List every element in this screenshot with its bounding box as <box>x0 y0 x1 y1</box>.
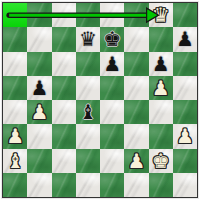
square-b3[interactable] <box>27 124 51 148</box>
square-c6[interactable] <box>52 52 76 76</box>
square-b4[interactable]: ♟ <box>27 100 51 124</box>
white-king[interactable]: ♚ <box>152 151 170 171</box>
square-c4[interactable] <box>52 100 76 124</box>
square-e2[interactable] <box>100 149 124 173</box>
white-pawn[interactable]: ♟ <box>176 126 194 146</box>
square-e5[interactable] <box>100 76 124 100</box>
square-e4[interactable] <box>100 100 124 124</box>
square-f4[interactable] <box>124 100 148 124</box>
square-b6[interactable] <box>27 52 51 76</box>
square-f8[interactable] <box>124 3 148 27</box>
square-a7[interactable] <box>3 27 27 51</box>
square-h4[interactable] <box>173 100 197 124</box>
square-d2[interactable] <box>76 149 100 173</box>
square-g4[interactable] <box>149 100 173 124</box>
square-b1[interactable] <box>27 173 51 197</box>
square-e6[interactable]: ♟ <box>100 52 124 76</box>
square-e7[interactable]: ♚ <box>100 27 124 51</box>
white-queen[interactable]: ♛ <box>152 5 170 25</box>
square-g8[interactable]: ♛ <box>149 3 173 27</box>
square-d6[interactable] <box>76 52 100 76</box>
square-g1[interactable] <box>149 173 173 197</box>
black-king[interactable]: ♚ <box>103 29 121 49</box>
black-pawn[interactable]: ♟ <box>176 29 194 49</box>
square-c1[interactable] <box>52 173 76 197</box>
square-b5[interactable]: ♟ <box>27 76 51 100</box>
square-a4[interactable] <box>3 100 27 124</box>
black-queen[interactable]: ♛ <box>79 29 97 49</box>
white-pawn[interactable]: ♟ <box>6 126 24 146</box>
square-c3[interactable] <box>52 124 76 148</box>
square-d4[interactable]: ♝ <box>76 100 100 124</box>
square-d1[interactable] <box>76 173 100 197</box>
black-pawn[interactable]: ♟ <box>152 54 170 74</box>
square-h5[interactable] <box>173 76 197 100</box>
square-d8[interactable] <box>76 3 100 27</box>
square-f6[interactable] <box>124 52 148 76</box>
square-f2[interactable]: ♟ <box>124 149 148 173</box>
square-f3[interactable] <box>124 124 148 148</box>
square-g2[interactable]: ♚ <box>149 149 173 173</box>
chess-board: ♛♛♚♟♟♟♟♟♟♝♟♟♝♟♚ <box>3 3 197 197</box>
square-b7[interactable] <box>27 27 51 51</box>
square-h1[interactable] <box>173 173 197 197</box>
square-g7[interactable] <box>149 27 173 51</box>
square-b8[interactable] <box>27 3 51 27</box>
square-f7[interactable] <box>124 27 148 51</box>
square-h7[interactable]: ♟ <box>173 27 197 51</box>
square-g6[interactable]: ♟ <box>149 52 173 76</box>
board-frame: ♛♛♚♟♟♟♟♟♟♝♟♟♝♟♚ <box>2 2 198 198</box>
square-e8[interactable] <box>100 3 124 27</box>
square-f5[interactable] <box>124 76 148 100</box>
white-bishop[interactable]: ♝ <box>6 151 24 171</box>
square-g3[interactable] <box>149 124 173 148</box>
square-h3[interactable]: ♟ <box>173 124 197 148</box>
square-a1[interactable] <box>3 173 27 197</box>
square-g5[interactable]: ♟ <box>149 76 173 100</box>
square-a5[interactable] <box>3 76 27 100</box>
white-pawn[interactable]: ♟ <box>152 78 170 98</box>
square-h8[interactable] <box>173 3 197 27</box>
white-pawn[interactable]: ♟ <box>127 151 145 171</box>
square-a2[interactable]: ♝ <box>3 149 27 173</box>
square-d5[interactable] <box>76 76 100 100</box>
white-pawn[interactable]: ♟ <box>30 102 48 122</box>
square-e3[interactable] <box>100 124 124 148</box>
square-c7[interactable] <box>52 27 76 51</box>
square-b2[interactable] <box>27 149 51 173</box>
square-c8[interactable] <box>52 3 76 27</box>
black-pawn[interactable]: ♟ <box>103 54 121 74</box>
square-a8[interactable] <box>3 3 27 27</box>
black-pawn[interactable]: ♟ <box>30 78 48 98</box>
square-a6[interactable] <box>3 52 27 76</box>
square-c5[interactable] <box>52 76 76 100</box>
square-c2[interactable] <box>52 149 76 173</box>
black-bishop[interactable]: ♝ <box>79 102 97 122</box>
square-h6[interactable] <box>173 52 197 76</box>
square-a3[interactable]: ♟ <box>3 124 27 148</box>
square-f1[interactable] <box>124 173 148 197</box>
square-e1[interactable] <box>100 173 124 197</box>
square-d3[interactable] <box>76 124 100 148</box>
square-h2[interactable] <box>173 149 197 173</box>
square-d7[interactable]: ♛ <box>76 27 100 51</box>
